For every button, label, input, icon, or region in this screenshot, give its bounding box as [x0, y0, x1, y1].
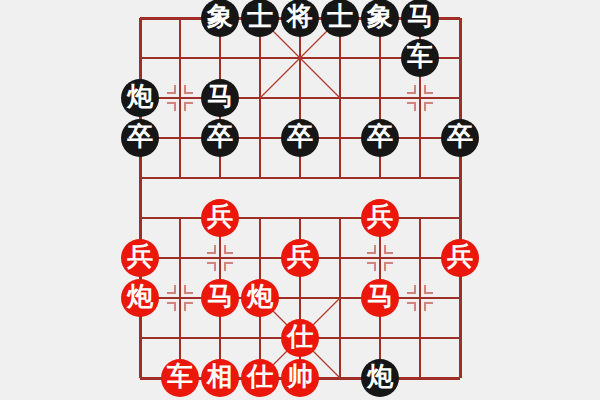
black-general[interactable]: 将 — [281, 0, 319, 37]
red-general[interactable]: 帅 — [281, 359, 319, 397]
red-soldier[interactable]: 兵 — [121, 239, 159, 277]
xiangqi-app: 象士将士象马车炮马卒卒卒卒卒兵兵兵兵兵炮马炮马仕车相仕帅炮 — [0, 0, 600, 400]
red-cannon[interactable]: 炮 — [241, 279, 279, 317]
red-chariot[interactable]: 车 — [161, 359, 199, 397]
black-soldier[interactable]: 卒 — [281, 119, 319, 157]
black-soldier[interactable]: 卒 — [121, 119, 159, 157]
black-soldier[interactable]: 卒 — [201, 119, 239, 157]
red-horse[interactable]: 马 — [361, 279, 399, 317]
red-soldier[interactable]: 兵 — [361, 199, 399, 237]
red-elephant[interactable]: 相 — [201, 359, 239, 397]
red-advisor[interactable]: 仕 — [281, 319, 319, 357]
black-cannon[interactable]: 炮 — [361, 359, 399, 397]
red-horse[interactable]: 马 — [201, 279, 239, 317]
black-horse[interactable]: 马 — [401, 0, 439, 37]
red-advisor[interactable]: 仕 — [241, 359, 279, 397]
black-cannon[interactable]: 炮 — [121, 79, 159, 117]
red-soldier[interactable]: 兵 — [441, 239, 479, 277]
black-soldier[interactable]: 卒 — [441, 119, 479, 157]
xiangqi-board: 象士将士象马车炮马卒卒卒卒卒兵兵兵兵兵炮马炮马仕车相仕帅炮 — [120, 0, 480, 398]
black-elephant[interactable]: 象 — [361, 0, 399, 37]
black-chariot[interactable]: 车 — [401, 39, 439, 77]
red-soldier[interactable]: 兵 — [201, 199, 239, 237]
black-soldier[interactable]: 卒 — [361, 119, 399, 157]
black-advisor[interactable]: 士 — [241, 0, 279, 37]
black-advisor[interactable]: 士 — [321, 0, 359, 37]
red-cannon[interactable]: 炮 — [121, 279, 159, 317]
red-soldier[interactable]: 兵 — [281, 239, 319, 277]
black-elephant[interactable]: 象 — [201, 0, 239, 37]
black-horse[interactable]: 马 — [201, 79, 239, 117]
